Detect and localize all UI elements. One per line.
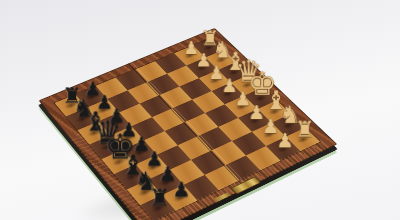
board-surface: ♜♟♞♟♝♟♛♟♟♚♜♟♟♝♞♟♟♞♝♟♟♜♛♟♟♚♟♝♟♞♟♜ [39, 28, 338, 220]
black-rook-h8: ♜ [142, 186, 177, 210]
photo-backdrop: ♜♟♞♟♝♟♛♟♟♚♜♟♟♝♞♟♟♞♝♟♟♜♛♟♟♚♟♝♟♞♟♜ [0, 0, 400, 220]
chess-board: ♜♟♞♟♝♟♛♟♟♚♜♟♟♝♞♟♟♞♝♟♟♜♛♟♟♚♟♝♟♞♟♜ [39, 28, 338, 220]
perspective-container: ♜♟♞♟♝♟♛♟♟♚♜♟♟♝♞♟♟♞♝♟♟♜♛♟♟♚♟♝♟♞♟♜ [0, 0, 400, 220]
white-pawn-h2: ♟ [269, 131, 302, 150]
